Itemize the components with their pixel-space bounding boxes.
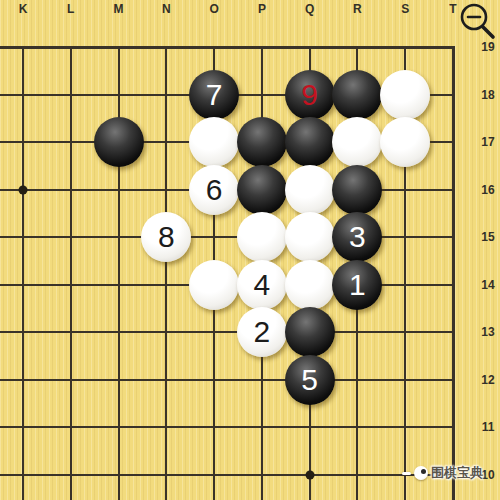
row-label-16: 16 (481, 183, 494, 197)
stone-white-Q16 (285, 165, 335, 215)
row-label-18: 18 (481, 88, 494, 102)
stone-white-S18 (380, 70, 430, 120)
stone-black-P17 (237, 117, 287, 167)
stone-white-O16: 6 (189, 165, 239, 215)
col-label-M: M (114, 2, 124, 16)
grid-line-col-K (22, 46, 24, 500)
star-point-Q10 (305, 471, 314, 480)
stone-black-Q13 (285, 307, 335, 357)
stone-white-Q14 (285, 260, 335, 310)
move-number-7: 7 (206, 80, 223, 110)
col-label-N: N (162, 2, 171, 16)
move-number-6: 6 (206, 175, 223, 205)
stone-white-P15 (237, 212, 287, 262)
col-label-K: K (19, 2, 28, 16)
move-number-2: 2 (254, 317, 271, 347)
move-number-3: 3 (349, 222, 366, 252)
grid-line-row-10 (0, 474, 455, 476)
grid-line-col-T (452, 46, 455, 500)
stone-white-R17 (332, 117, 382, 167)
row-label-10: 10 (481, 468, 494, 482)
watermark-app-name: 围棋宝典 (431, 464, 483, 482)
stone-white-N15: 8 (141, 212, 191, 262)
stone-black-Q12: 5 (285, 355, 335, 405)
grid-line-row-19 (0, 46, 455, 49)
stone-white-O17 (189, 117, 239, 167)
move-number-1: 1 (349, 270, 366, 300)
stone-black-R14: 1 (332, 260, 382, 310)
row-label-11: 11 (482, 420, 495, 434)
row-label-17: 17 (481, 135, 494, 149)
stone-black-Q17 (285, 117, 335, 167)
go-app-screen: KLMNOPQRST19181716151413121110796834125 … (0, 0, 500, 500)
stone-black-P16 (237, 165, 287, 215)
grid-line-row-12 (0, 379, 455, 381)
stone-white-Q15 (285, 212, 335, 262)
stone-white-O14 (189, 260, 239, 310)
stone-black-O18: 7 (189, 70, 239, 120)
zoom-out-button[interactable] (452, 0, 500, 44)
stone-black-Q18: 9 (285, 70, 335, 120)
watermark-dash-icon (402, 472, 411, 475)
grid-line-col-N (165, 46, 167, 500)
col-label-L: L (67, 2, 74, 16)
col-label-Q: Q (305, 2, 314, 16)
row-label-15: 15 (481, 230, 494, 244)
stone-white-P14: 4 (237, 260, 287, 310)
app-watermark: 围棋宝典 (402, 464, 483, 482)
row-label-13: 13 (481, 325, 494, 339)
col-label-S: S (401, 2, 409, 16)
star-point-K16 (19, 185, 28, 194)
stone-black-R16 (332, 165, 382, 215)
grid-line-row-13 (0, 331, 455, 333)
watermark-stone-logo-icon (414, 466, 428, 480)
move-number-5: 5 (301, 365, 318, 395)
move-number-4: 4 (254, 270, 271, 300)
stone-black-R15: 3 (332, 212, 382, 262)
move-number-9: 9 (301, 80, 318, 110)
col-label-O: O (209, 2, 218, 16)
stone-black-M17 (94, 117, 144, 167)
stone-white-P13: 2 (237, 307, 287, 357)
grid-line-row-15 (0, 236, 455, 238)
row-label-12: 12 (481, 373, 494, 387)
col-label-P: P (258, 2, 266, 16)
move-number-8: 8 (158, 222, 175, 252)
stone-black-R18 (332, 70, 382, 120)
col-label-R: R (353, 2, 362, 16)
row-label-14: 14 (481, 278, 494, 292)
grid-line-col-M (118, 46, 120, 500)
stone-white-S17 (380, 117, 430, 167)
magnifier-minus-icon (462, 5, 493, 37)
grid-line-col-L (70, 46, 72, 500)
grid-line-row-11 (0, 426, 455, 428)
